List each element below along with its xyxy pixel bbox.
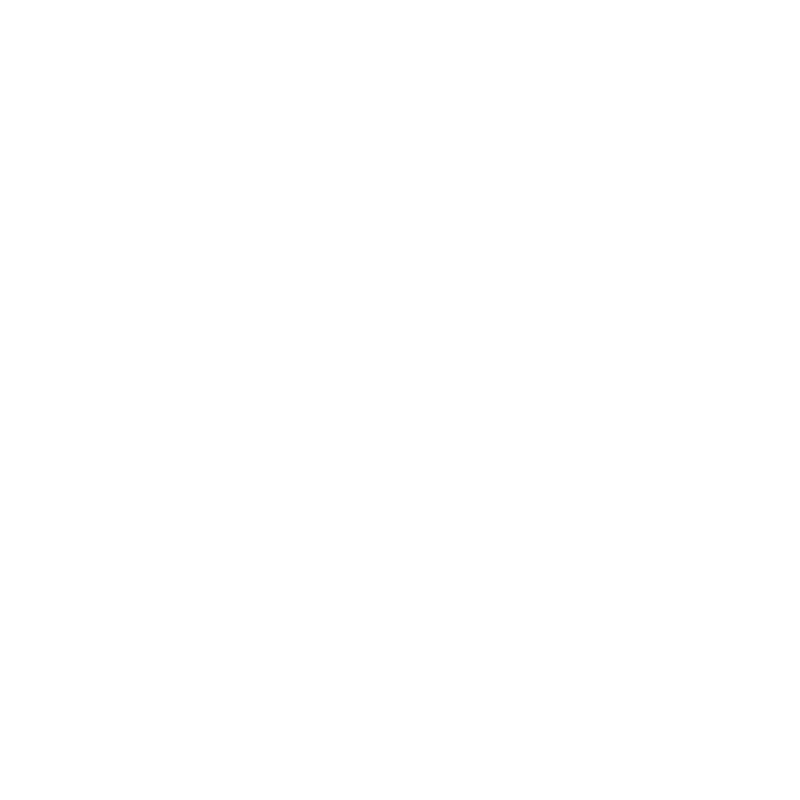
scene: [0, 0, 800, 800]
board-hole-r3c0[interactable]: [0, 144, 25, 169]
board-hole-r4c11[interactable]: [0, 521, 24, 545]
board-hole-r4c5[interactable]: [0, 373, 25, 398]
board-hole-r3c3[interactable]: [0, 218, 24, 242]
board-hole-r4c12[interactable]: [0, 544, 24, 568]
board-hole-r3c1[interactable]: [0, 169, 25, 194]
board-hole-r5c0[interactable]: [0, 568, 27, 595]
board-hole-r5c2[interactable]: [0, 621, 26, 647]
board-hole-r4c3[interactable]: [0, 321, 26, 347]
board-hole-r2c2[interactable]: [0, 120, 24, 144]
board-hole-r5c7[interactable]: [0, 750, 25, 775]
board-hole-r4c1[interactable]: [0, 269, 26, 295]
board-hole-r5c1[interactable]: [0, 595, 27, 622]
board-hole-r4c6[interactable]: [0, 398, 25, 423]
board-hole-r2c1[interactable]: [0, 96, 24, 120]
board-hole-r1c0[interactable]: [0, 24, 24, 48]
board-hole-r5c3[interactable]: [0, 648, 26, 674]
board-hole-r5c8[interactable]: [0, 775, 25, 800]
board-hole-r5c5[interactable]: [0, 699, 26, 725]
board-hole-r4c2[interactable]: [0, 295, 26, 321]
board-hole-r5c4[interactable]: [0, 674, 26, 700]
board-hole-r4c10[interactable]: [0, 497, 24, 521]
board-hole-r4c7[interactable]: [0, 423, 25, 448]
board-hole-r5c6[interactable]: [0, 725, 25, 750]
board-hole-r4c0[interactable]: [0, 243, 27, 270]
board-hole-r1c1[interactable]: [0, 48, 24, 72]
board-hole-r0c0[interactable]: [0, 0, 24, 24]
board-hole-r4c4[interactable]: [0, 347, 26, 373]
board-hole-r2c0[interactable]: [0, 71, 25, 96]
board-hole-r4c9[interactable]: [0, 472, 24, 496]
board-hole-r3c2[interactable]: [0, 194, 25, 219]
board-hole-r4c8[interactable]: [0, 448, 25, 473]
